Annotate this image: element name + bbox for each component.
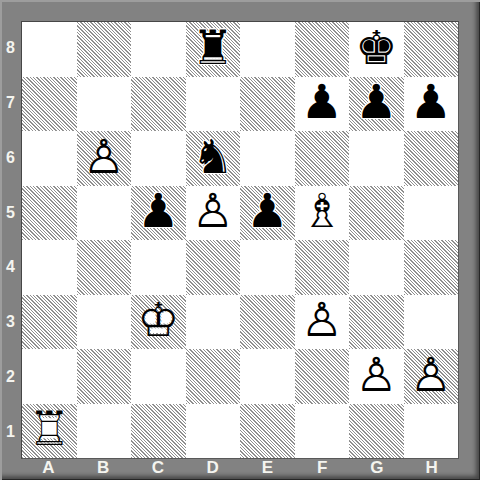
rank-label-8: 8 <box>0 21 21 76</box>
piece-white-pawn[interactable]: ♟♙ <box>77 131 132 186</box>
file-label-h: H <box>404 458 459 478</box>
square-b7[interactable] <box>77 77 132 132</box>
square-d7[interactable] <box>186 77 241 132</box>
square-h6[interactable] <box>404 131 459 186</box>
square-c5[interactable]: ♟ <box>131 186 186 241</box>
square-d8[interactable]: ♜ <box>186 22 241 77</box>
chess-board[interactable]: ♜♚♟♟♟♟♙♞♟♟♙♟♝♗♚♔♟♙♟♙♟♙♜♖ <box>21 21 459 459</box>
square-d1[interactable] <box>186 404 241 459</box>
square-e7[interactable] <box>240 77 295 132</box>
square-a7[interactable] <box>22 77 77 132</box>
square-g3[interactable] <box>349 295 404 350</box>
piece-white-pawn[interactable]: ♟♙ <box>295 295 350 350</box>
square-b5[interactable] <box>77 186 132 241</box>
square-f7[interactable]: ♟ <box>295 77 350 132</box>
square-b4[interactable] <box>77 240 132 295</box>
square-b8[interactable] <box>77 22 132 77</box>
square-h5[interactable] <box>404 186 459 241</box>
square-c7[interactable] <box>131 77 186 132</box>
rank-label-4: 4 <box>0 240 21 295</box>
square-e5[interactable]: ♟ <box>240 186 295 241</box>
square-a1[interactable]: ♜♖ <box>22 404 77 459</box>
square-f6[interactable] <box>295 131 350 186</box>
rank-label-5: 5 <box>0 185 21 240</box>
file-label-f: F <box>295 458 350 478</box>
file-labels: ABCDEFGH <box>21 458 459 478</box>
rank-label-1: 1 <box>0 404 21 459</box>
file-label-g: G <box>350 458 405 478</box>
square-b6[interactable]: ♟♙ <box>77 131 132 186</box>
square-c3[interactable]: ♚♔ <box>131 295 186 350</box>
piece-white-pawn[interactable]: ♟♙ <box>186 186 241 241</box>
square-d3[interactable] <box>186 295 241 350</box>
square-a4[interactable] <box>22 240 77 295</box>
rank-label-7: 7 <box>0 76 21 131</box>
square-a5[interactable] <box>22 186 77 241</box>
square-h7[interactable]: ♟ <box>404 77 459 132</box>
square-f4[interactable] <box>295 240 350 295</box>
square-g8[interactable]: ♚ <box>349 22 404 77</box>
piece-black-king[interactable]: ♚ <box>349 22 404 77</box>
square-a6[interactable] <box>22 131 77 186</box>
square-g5[interactable] <box>349 186 404 241</box>
file-label-b: B <box>76 458 131 478</box>
square-e8[interactable] <box>240 22 295 77</box>
piece-black-knight[interactable]: ♞ <box>186 131 241 186</box>
rank-label-2: 2 <box>0 350 21 405</box>
square-c2[interactable] <box>131 349 186 404</box>
piece-white-bishop[interactable]: ♝♗ <box>295 186 350 241</box>
square-a2[interactable] <box>22 349 77 404</box>
square-e3[interactable] <box>240 295 295 350</box>
chess-board-frame: 87654321 ♜♚♟♟♟♟♙♞♟♟♙♟♝♗♚♔♟♙♟♙♟♙♜♖ ABCDEF… <box>0 0 480 480</box>
piece-white-rook[interactable]: ♜♖ <box>22 404 77 459</box>
file-label-e: E <box>240 458 295 478</box>
file-label-a: A <box>21 458 76 478</box>
square-e4[interactable] <box>240 240 295 295</box>
piece-black-rook[interactable]: ♜ <box>186 22 241 77</box>
square-c1[interactable] <box>131 404 186 459</box>
piece-white-pawn[interactable]: ♟♙ <box>349 349 404 404</box>
square-h8[interactable] <box>404 22 459 77</box>
rank-labels: 87654321 <box>0 21 21 459</box>
square-f8[interactable] <box>295 22 350 77</box>
square-a3[interactable] <box>22 295 77 350</box>
rank-label-3: 3 <box>0 295 21 350</box>
square-e1[interactable] <box>240 404 295 459</box>
square-f1[interactable] <box>295 404 350 459</box>
square-b2[interactable] <box>77 349 132 404</box>
file-label-c: C <box>131 458 186 478</box>
square-h4[interactable] <box>404 240 459 295</box>
square-d2[interactable] <box>186 349 241 404</box>
square-h1[interactable] <box>404 404 459 459</box>
square-d4[interactable] <box>186 240 241 295</box>
square-d5[interactable]: ♟♙ <box>186 186 241 241</box>
square-d6[interactable]: ♞ <box>186 131 241 186</box>
piece-black-pawn[interactable]: ♟ <box>131 186 186 241</box>
square-c8[interactable] <box>131 22 186 77</box>
piece-white-pawn[interactable]: ♟♙ <box>404 349 459 404</box>
square-f5[interactable]: ♝♗ <box>295 186 350 241</box>
square-g7[interactable]: ♟ <box>349 77 404 132</box>
piece-black-pawn[interactable]: ♟ <box>404 77 459 132</box>
piece-black-pawn[interactable]: ♟ <box>349 77 404 132</box>
square-g1[interactable] <box>349 404 404 459</box>
square-c4[interactable] <box>131 240 186 295</box>
square-a8[interactable] <box>22 22 77 77</box>
square-h3[interactable] <box>404 295 459 350</box>
square-c6[interactable] <box>131 131 186 186</box>
square-g4[interactable] <box>349 240 404 295</box>
square-b1[interactable] <box>77 404 132 459</box>
rank-label-6: 6 <box>0 131 21 186</box>
square-f3[interactable]: ♟♙ <box>295 295 350 350</box>
square-g2[interactable]: ♟♙ <box>349 349 404 404</box>
square-b3[interactable] <box>77 295 132 350</box>
piece-black-pawn[interactable]: ♟ <box>240 186 295 241</box>
square-g6[interactable] <box>349 131 404 186</box>
square-f2[interactable] <box>295 349 350 404</box>
square-e6[interactable] <box>240 131 295 186</box>
piece-black-pawn[interactable]: ♟ <box>295 77 350 132</box>
square-h2[interactable]: ♟♙ <box>404 349 459 404</box>
file-label-d: D <box>185 458 240 478</box>
square-e2[interactable] <box>240 349 295 404</box>
piece-white-king[interactable]: ♚♔ <box>131 295 186 350</box>
